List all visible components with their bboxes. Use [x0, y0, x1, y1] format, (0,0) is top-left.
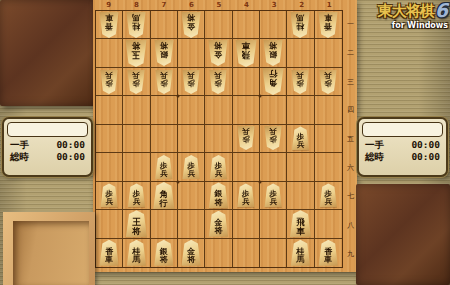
- shogi-piece-金将-gote[interactable]: 金将: [181, 12, 201, 38]
- board-cell-3六[interactable]: [260, 153, 287, 181]
- shogi-piece-金将-sente[interactable]: 金将: [181, 240, 201, 266]
- rank-label-三: 三: [344, 67, 357, 96]
- board-cell-3二[interactable]: 銀将: [260, 39, 287, 67]
- left-player-name-field: [7, 122, 88, 137]
- file-label-6: 6: [178, 0, 206, 10]
- total-label: 総時: [365, 151, 384, 163]
- logo-title: 東大将棋: [378, 2, 434, 21]
- shogi-piece-歩兵-sente[interactable]: 歩兵: [319, 183, 337, 207]
- board-cell-6二[interactable]: [178, 39, 205, 67]
- shogi-piece-銀将-gote[interactable]: 銀将: [263, 40, 283, 66]
- board-cell-2六[interactable]: [287, 153, 314, 181]
- file-label-9: 9: [95, 0, 123, 10]
- board-cell-1三[interactable]: 歩兵: [315, 68, 342, 96]
- piece-box: [3, 212, 95, 285]
- rank-label-四: 四: [344, 96, 357, 125]
- board-cell-6四[interactable]: [178, 96, 205, 124]
- shogi-piece-銀将-sente[interactable]: 銀将: [208, 182, 228, 208]
- board-cell-3三[interactable]: 角行: [260, 68, 287, 96]
- board-cell-8一[interactable]: 桂馬: [123, 11, 150, 39]
- right-per-move-clock: 一手 00:00: [359, 139, 446, 151]
- board-cell-6六[interactable]: 歩兵: [178, 153, 205, 181]
- file-label-4: 4: [233, 0, 261, 10]
- shogi-app-window: 987654321 一二三四五六七八九 香車桂馬金将桂馬香車玉将銀将金将飛車銀将…: [0, 0, 450, 285]
- board-cell-7一[interactable]: [151, 11, 178, 39]
- shogi-piece-金将-gote[interactable]: 金将: [208, 40, 228, 66]
- board-cell-5四[interactable]: [205, 96, 232, 124]
- shogi-piece-歩兵-gote[interactable]: 歩兵: [182, 70, 200, 94]
- board-cell-8七[interactable]: 歩兵: [123, 182, 150, 210]
- shogi-piece-桂馬-gote[interactable]: 桂馬: [290, 12, 310, 38]
- board-cell-2二[interactable]: [287, 39, 314, 67]
- board-cell-9八[interactable]: [96, 210, 123, 238]
- shogi-piece-歩兵-sente[interactable]: 歩兵: [127, 183, 145, 207]
- board-cell-2一[interactable]: 桂馬: [287, 11, 314, 39]
- board-cell-1六[interactable]: [315, 153, 342, 181]
- board-cell-9七[interactable]: 歩兵: [96, 182, 123, 210]
- board-star-point: [177, 180, 180, 183]
- shogi-piece-玉将-gote[interactable]: 玉将: [125, 40, 147, 67]
- shogi-board: 987654321 一二三四五六七八九 香車桂馬金将桂馬香車玉将銀将金将飛車銀将…: [93, 0, 357, 272]
- board-cell-1五[interactable]: [315, 125, 342, 153]
- board-star-point: [259, 180, 262, 183]
- per-move-time: 00:00: [56, 139, 85, 151]
- per-move-time: 00:00: [411, 139, 440, 151]
- board-cell-5九[interactable]: [205, 239, 232, 267]
- board-cell-1七[interactable]: 歩兵: [315, 182, 342, 210]
- board-cell-5八[interactable]: 金将: [205, 210, 232, 238]
- board-cell-4七[interactable]: 歩兵: [233, 182, 260, 210]
- rank-label-六: 六: [344, 153, 357, 182]
- shogi-piece-歩兵-gote[interactable]: 歩兵: [155, 70, 173, 94]
- rank-label-五: 五: [344, 125, 357, 154]
- right-player-name-field: [362, 122, 443, 137]
- board-cell-4九[interactable]: [233, 239, 260, 267]
- board-cell-4二[interactable]: 飛車: [233, 39, 260, 67]
- board-cell-4四[interactable]: [233, 96, 260, 124]
- rank-label-二: 二: [344, 39, 357, 68]
- board-star-point: [259, 95, 262, 98]
- board-cell-5五[interactable]: [205, 125, 232, 153]
- board-grid: 香車桂馬金将桂馬香車玉将銀将金将飛車銀将歩兵歩兵歩兵歩兵歩兵角行歩兵歩兵歩兵歩兵…: [95, 10, 343, 268]
- board-cell-8八[interactable]: 王将: [123, 210, 150, 238]
- board-cell-1九[interactable]: 香車: [315, 239, 342, 267]
- shogi-piece-角行-sente[interactable]: 角行: [153, 182, 175, 209]
- shogi-piece-香車-sente[interactable]: 香車: [99, 240, 119, 266]
- shogi-piece-歩兵-gote[interactable]: 歩兵: [264, 126, 282, 150]
- board-cell-8六[interactable]: [123, 153, 150, 181]
- file-label-8: 8: [123, 0, 151, 10]
- board-cell-3九[interactable]: [260, 239, 287, 267]
- shogi-piece-歩兵-sente[interactable]: 歩兵: [264, 183, 282, 207]
- board-cell-5三[interactable]: 歩兵: [205, 68, 232, 96]
- board-cell-6一[interactable]: 金将: [178, 11, 205, 39]
- board-cell-4一[interactable]: [233, 11, 260, 39]
- board-cell-4五[interactable]: 歩兵: [233, 125, 260, 153]
- board-cell-7七[interactable]: 角行: [151, 182, 178, 210]
- board-cell-2九[interactable]: 桂馬: [287, 239, 314, 267]
- shogi-piece-歩兵-gote[interactable]: 歩兵: [237, 126, 255, 150]
- board-cell-8五[interactable]: [123, 125, 150, 153]
- shogi-piece-歩兵-gote[interactable]: 歩兵: [319, 70, 337, 94]
- board-star-point: [177, 95, 180, 98]
- shogi-piece-歩兵-sente[interactable]: 歩兵: [291, 126, 309, 150]
- total-time: 00:00: [56, 151, 85, 163]
- total-time: 00:00: [411, 151, 440, 163]
- shogi-piece-王将-sente[interactable]: 王将: [125, 210, 147, 237]
- right-player-panel: 一手 00:00 総時 00:00: [357, 117, 448, 177]
- board-cell-3五[interactable]: 歩兵: [260, 125, 287, 153]
- file-coordinate-labels: 987654321: [95, 0, 343, 10]
- board-cell-6五[interactable]: [178, 125, 205, 153]
- shogi-piece-歩兵-sente[interactable]: 歩兵: [100, 183, 118, 207]
- board-cell-2八[interactable]: 飛車: [287, 210, 314, 238]
- per-move-label: 一手: [365, 139, 384, 151]
- board-cell-2三[interactable]: 歩兵: [287, 68, 314, 96]
- board-cell-6八[interactable]: [178, 210, 205, 238]
- left-total-clock: 総時 00:00: [4, 151, 91, 163]
- board-cell-5七[interactable]: 銀将: [205, 182, 232, 210]
- board-cell-5一[interactable]: [205, 11, 232, 39]
- board-cell-1八[interactable]: [315, 210, 342, 238]
- board-cell-2四[interactable]: [287, 96, 314, 124]
- board-cell-9三[interactable]: 歩兵: [96, 68, 123, 96]
- board-cell-7三[interactable]: 歩兵: [151, 68, 178, 96]
- shogi-piece-桂馬-gote[interactable]: 桂馬: [126, 12, 146, 38]
- board-cell-3一[interactable]: [260, 11, 287, 39]
- board-cell-2七[interactable]: [287, 182, 314, 210]
- board-cell-6九[interactable]: 金将: [178, 239, 205, 267]
- shogi-piece-桂馬-sente[interactable]: 桂馬: [126, 240, 146, 266]
- board-cell-7八[interactable]: [151, 210, 178, 238]
- file-label-3: 3: [260, 0, 288, 10]
- logo-version-badge: 6: [435, 2, 448, 19]
- shogi-piece-歩兵-gote[interactable]: 歩兵: [291, 70, 309, 94]
- board-cell-9六[interactable]: [96, 153, 123, 181]
- per-move-label: 一手: [10, 139, 29, 151]
- board-cell-7五[interactable]: [151, 125, 178, 153]
- shogi-piece-歩兵-sente[interactable]: 歩兵: [237, 183, 255, 207]
- shogi-piece-銀将-sente[interactable]: 銀将: [154, 240, 174, 266]
- shogi-piece-歩兵-gote[interactable]: 歩兵: [209, 70, 227, 94]
- shogi-piece-銀将-gote[interactable]: 銀将: [154, 40, 174, 66]
- shogi-piece-金将-sente[interactable]: 金将: [208, 211, 228, 237]
- shogi-piece-飛車-gote[interactable]: 飛車: [235, 40, 257, 67]
- board-cell-5六[interactable]: 歩兵: [205, 153, 232, 181]
- gote-captured-pieces-tray[interactable]: [0, 0, 97, 106]
- left-player-panel: 一手 00:00 総時 00:00: [2, 117, 93, 177]
- board-cell-4六[interactable]: [233, 153, 260, 181]
- board-cell-6七[interactable]: [178, 182, 205, 210]
- right-total-clock: 総時 00:00: [359, 151, 446, 163]
- shogi-piece-歩兵-gote[interactable]: 歩兵: [100, 70, 118, 94]
- rank-label-一: 一: [344, 10, 357, 39]
- board-cell-8三[interactable]: 歩兵: [123, 68, 150, 96]
- shogi-piece-香車-gote[interactable]: 香車: [318, 12, 338, 38]
- board-cell-6三[interactable]: 歩兵: [178, 68, 205, 96]
- board-cell-7九[interactable]: 銀将: [151, 239, 178, 267]
- shogi-piece-歩兵-sente[interactable]: 歩兵: [209, 155, 227, 179]
- board-cell-8二[interactable]: 玉将: [123, 39, 150, 67]
- board-cell-8九[interactable]: 桂馬: [123, 239, 150, 267]
- board-cell-9九[interactable]: 香車: [96, 239, 123, 267]
- board-cell-1四[interactable]: [315, 96, 342, 124]
- file-label-2: 2: [288, 0, 316, 10]
- board-cell-1一[interactable]: 香車: [315, 11, 342, 39]
- board-cell-4八[interactable]: [233, 210, 260, 238]
- board-cell-3八[interactable]: [260, 210, 287, 238]
- shogi-piece-香車-gote[interactable]: 香車: [99, 12, 119, 38]
- board-cell-9五[interactable]: [96, 125, 123, 153]
- left-per-move-clock: 一手 00:00: [4, 139, 91, 151]
- total-label: 総時: [10, 151, 29, 163]
- shogi-piece-角行-gote[interactable]: 角行: [262, 68, 284, 95]
- shogi-piece-桂馬-sente[interactable]: 桂馬: [290, 240, 310, 266]
- file-label-1: 1: [315, 0, 343, 10]
- logo-subtitle: for Windows: [358, 21, 448, 30]
- board-cell-5二[interactable]: 金将: [205, 39, 232, 67]
- shogi-piece-飛車-sente[interactable]: 飛車: [289, 210, 311, 237]
- board-cell-2五[interactable]: 歩兵: [287, 125, 314, 153]
- board-cell-9一[interactable]: 香車: [96, 11, 123, 39]
- board-cell-9四[interactable]: [96, 96, 123, 124]
- board-cell-7四[interactable]: [151, 96, 178, 124]
- board-cell-3四[interactable]: [260, 96, 287, 124]
- file-label-7: 7: [150, 0, 178, 10]
- board-cell-8四[interactable]: [123, 96, 150, 124]
- board-cell-7二[interactable]: 銀将: [151, 39, 178, 67]
- sente-captured-pieces-tray[interactable]: [356, 184, 450, 285]
- board-cell-4三[interactable]: [233, 68, 260, 96]
- board-cell-3七[interactable]: 歩兵: [260, 182, 287, 210]
- piece-box-interior: [13, 221, 89, 285]
- shogi-piece-歩兵-sente[interactable]: 歩兵: [155, 155, 173, 179]
- board-cell-1二[interactable]: [315, 39, 342, 67]
- shogi-piece-歩兵-gote[interactable]: 歩兵: [127, 70, 145, 94]
- app-logo: 東大将棋 6 for Windows: [358, 2, 448, 36]
- board-cell-9二[interactable]: [96, 39, 123, 67]
- board-cell-7六[interactable]: 歩兵: [151, 153, 178, 181]
- file-label-5: 5: [205, 0, 233, 10]
- shogi-piece-香車-sente[interactable]: 香車: [318, 240, 338, 266]
- shogi-piece-歩兵-sente[interactable]: 歩兵: [182, 155, 200, 179]
